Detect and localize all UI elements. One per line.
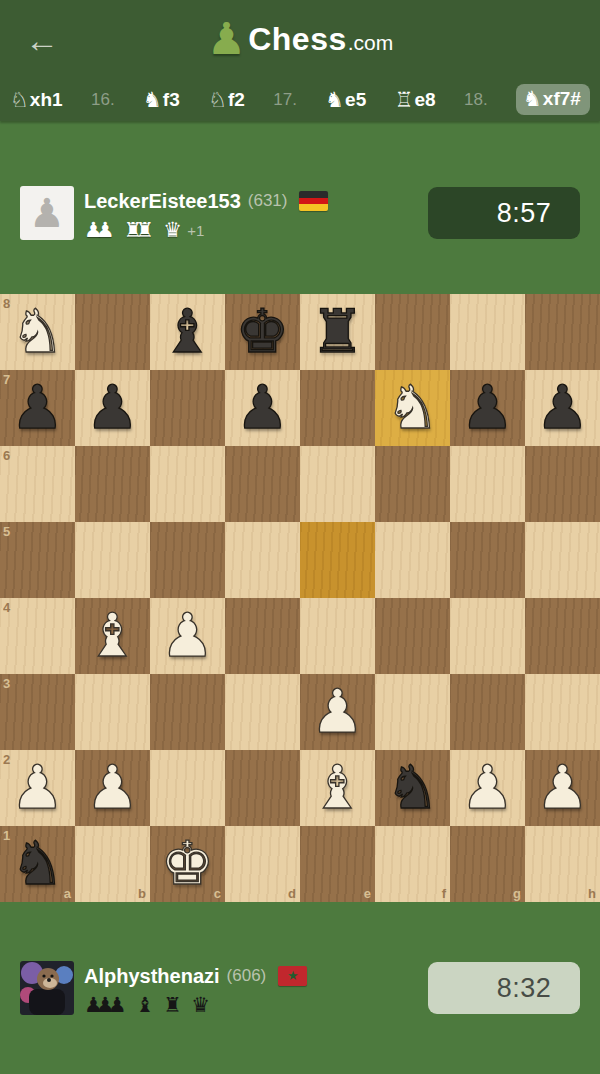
square-b6[interactable] xyxy=(75,446,150,522)
piece-white-pawn-h2[interactable]: ♟ xyxy=(525,750,600,826)
square-a7[interactable]: 7♟ xyxy=(0,370,75,446)
captured-piece-group: ♜ xyxy=(163,993,175,1017)
clock-top: 8:57 xyxy=(428,187,580,239)
square-e1[interactable]: e xyxy=(300,826,375,902)
file-label-h: h xyxy=(588,886,596,901)
square-g6[interactable] xyxy=(450,446,525,522)
square-f3[interactable] xyxy=(375,674,450,750)
player-card-top: ♟ LeckerEistee153 (631) ♟♟♜♜♛+1 8:57 xyxy=(0,186,600,266)
square-c5[interactable] xyxy=(150,522,225,598)
square-c7[interactable] xyxy=(150,370,225,446)
square-b5[interactable] xyxy=(75,522,150,598)
square-a4[interactable]: 4 xyxy=(0,598,75,674)
square-h8[interactable] xyxy=(525,294,600,370)
avatar-bottom[interactable] xyxy=(20,961,74,1015)
square-h7[interactable]: ♟ xyxy=(525,370,600,446)
square-g3[interactable] xyxy=(450,674,525,750)
square-f4[interactable] xyxy=(375,598,450,674)
piece-white-knight-a8[interactable]: ♞ xyxy=(0,294,75,370)
square-a6[interactable]: 6 xyxy=(0,446,75,522)
move-xh1[interactable]: ♘xh1 xyxy=(10,88,63,112)
move-number: 16. xyxy=(91,90,115,110)
piece-black-king-d8[interactable]: ♚ xyxy=(225,294,300,370)
square-a3[interactable]: 3 xyxy=(0,674,75,750)
piece-black-pawn-d7[interactable]: ♟ xyxy=(225,370,300,446)
piece-black-pawn-b7[interactable]: ♟ xyxy=(75,370,150,446)
square-h6[interactable] xyxy=(525,446,600,522)
square-g8[interactable] xyxy=(450,294,525,370)
clock-bottom: 8:32 xyxy=(428,962,580,1014)
logo-pawn-icon: ♟ xyxy=(207,0,246,78)
square-g7[interactable]: ♟ xyxy=(450,370,525,446)
player-rating-bottom: (606) xyxy=(227,966,267,986)
material-advantage: +1 xyxy=(187,222,204,239)
chesscom-logo: ♟ Chess .com xyxy=(0,0,600,78)
square-h1[interactable]: h xyxy=(525,826,600,902)
square-g5[interactable] xyxy=(450,522,525,598)
white-move-piece-icon: ♞ xyxy=(325,88,344,112)
captured-piece-group: ♜♜ xyxy=(124,218,148,242)
captured-piece-group: ♛ xyxy=(163,218,175,242)
flag-star: ★ xyxy=(287,966,299,986)
square-d3[interactable] xyxy=(225,674,300,750)
piece-white-bishop-e2[interactable]: ♝ xyxy=(300,750,375,826)
square-b1[interactable]: b xyxy=(75,826,150,902)
square-d5[interactable] xyxy=(225,522,300,598)
move-number: 17. xyxy=(273,90,297,110)
square-c3[interactable] xyxy=(150,674,225,750)
flag-stripe xyxy=(299,198,328,205)
square-b2[interactable]: ♟ xyxy=(75,750,150,826)
square-d6[interactable] xyxy=(225,446,300,522)
app-screen: ← ♟ Chess .com ♘xh116.♞f3♘f217.♞e5♖e818.… xyxy=(0,0,600,1074)
piece-black-rook-e8[interactable]: ♜ xyxy=(300,294,375,370)
rank-label-2: 2 xyxy=(3,752,10,767)
square-d8[interactable]: ♚ xyxy=(225,294,300,370)
white-move-piece-icon: ♞ xyxy=(143,88,162,112)
piece-white-bishop-b4[interactable]: ♝ xyxy=(75,598,150,674)
player-card-bottom: Alphysthenazi (606) ★ ♟♟♟♝♜♛ 8:32 xyxy=(0,961,600,1041)
square-e5[interactable] xyxy=(300,522,375,598)
square-g1[interactable]: g xyxy=(450,826,525,902)
captured-piece-group: ♝ xyxy=(135,993,147,1017)
rank-label-6: 6 xyxy=(3,448,10,463)
file-label-f: f xyxy=(442,886,446,901)
rank-label-3: 3 xyxy=(3,676,10,691)
piece-black-bishop-c8[interactable]: ♝ xyxy=(150,294,225,370)
square-a5[interactable]: 5 xyxy=(0,522,75,598)
white-move-piece-icon: ♞ xyxy=(523,87,542,111)
square-d7[interactable]: ♟ xyxy=(225,370,300,446)
square-b7[interactable]: ♟ xyxy=(75,370,150,446)
captured-piece-group: ♟♟♟ xyxy=(84,993,119,1017)
piece-black-pawn-g7[interactable]: ♟ xyxy=(450,370,525,446)
piece-white-pawn-g2[interactable]: ♟ xyxy=(450,750,525,826)
move-san: e8 xyxy=(414,89,435,111)
piece-white-pawn-e3[interactable]: ♟ xyxy=(300,674,375,750)
flag-stripe xyxy=(299,191,328,198)
logo-suffix-text: .com xyxy=(348,23,394,55)
move-list-bar: ♘xh116.♞f3♘f217.♞e5♖e818.♞xf7# xyxy=(0,78,600,121)
square-f8[interactable] xyxy=(375,294,450,370)
square-f6[interactable] xyxy=(375,446,450,522)
rank-label-8: 8 xyxy=(3,296,10,311)
move-san: xf7# xyxy=(543,88,581,110)
square-a2[interactable]: 2♟ xyxy=(0,750,75,826)
square-e3[interactable]: ♟ xyxy=(300,674,375,750)
piece-black-pawn-h7[interactable]: ♟ xyxy=(525,370,600,446)
piece-white-king-c1[interactable]: ♚ xyxy=(150,826,225,902)
square-d4[interactable] xyxy=(225,598,300,674)
avatar-photo xyxy=(20,961,74,1015)
square-b8[interactable] xyxy=(75,294,150,370)
square-e6[interactable] xyxy=(300,446,375,522)
move-xf7mate[interactable]: ♞xf7# xyxy=(516,84,590,115)
square-h5[interactable] xyxy=(525,522,600,598)
file-label-e: e xyxy=(364,886,371,901)
square-c6[interactable] xyxy=(150,446,225,522)
move-san: f3 xyxy=(163,89,180,111)
rank-label-7: 7 xyxy=(3,372,10,387)
square-d2[interactable] xyxy=(225,750,300,826)
move-f2[interactable]: ♘f2 xyxy=(208,88,245,112)
square-c4[interactable]: ♟ xyxy=(150,598,225,674)
captured-piece-group: ♛ xyxy=(191,993,203,1017)
captured-pieces-bottom: ♟♟♟♝♜♛ xyxy=(84,991,219,1019)
rank-label-5: 5 xyxy=(3,524,10,539)
move-number: 18. xyxy=(464,90,488,110)
rank-label-4: 4 xyxy=(3,600,10,615)
move-f3[interactable]: ♞f3 xyxy=(143,88,180,112)
black-move-piece-icon: ♖ xyxy=(395,88,414,112)
piece-black-pawn-a7[interactable]: ♟ xyxy=(0,370,75,446)
square-f1[interactable]: f xyxy=(375,826,450,902)
piece-white-knight-f7[interactable]: ♞ xyxy=(375,370,450,446)
piece-black-knight-a1[interactable]: ♞ xyxy=(0,826,75,902)
square-c1[interactable]: c♚ xyxy=(150,826,225,902)
file-label-a: a xyxy=(64,886,71,901)
file-label-d: d xyxy=(288,886,296,901)
piece-white-pawn-c4[interactable]: ♟ xyxy=(150,598,225,674)
piece-black-knight-f2[interactable]: ♞ xyxy=(375,750,450,826)
logo-brand-text: Chess xyxy=(248,21,347,58)
player-name-top: LeckerEistee153 xyxy=(84,190,241,213)
square-d1[interactable]: d xyxy=(225,826,300,902)
square-e7[interactable] xyxy=(300,370,375,446)
move-e5[interactable]: ♞e5 xyxy=(325,88,366,112)
rank-label-1: 1 xyxy=(3,828,10,843)
square-f5[interactable] xyxy=(375,522,450,598)
player-name-bottom: Alphysthenazi xyxy=(84,965,220,988)
flag-stripe xyxy=(299,204,328,211)
square-c8[interactable]: ♝ xyxy=(150,294,225,370)
square-f7[interactable]: ♞ xyxy=(375,370,450,446)
piece-white-pawn-b2[interactable]: ♟ xyxy=(75,750,150,826)
square-b4[interactable]: ♝ xyxy=(75,598,150,674)
top-bar: ← ♟ Chess .com xyxy=(0,0,600,78)
piece-white-pawn-a2[interactable]: ♟ xyxy=(0,750,75,826)
square-g2[interactable]: ♟ xyxy=(450,750,525,826)
captured-piece-group: ♟♟ xyxy=(84,218,108,242)
move-e8[interactable]: ♖e8 xyxy=(395,88,436,112)
square-h3[interactable] xyxy=(525,674,600,750)
square-b3[interactable] xyxy=(75,674,150,750)
square-h4[interactable] xyxy=(525,598,600,674)
file-label-b: b xyxy=(138,886,146,901)
morocco-flag-icon: ★ xyxy=(278,966,307,986)
move-san: xh1 xyxy=(30,89,63,111)
square-h2[interactable]: ♟ xyxy=(525,750,600,826)
move-san: e5 xyxy=(345,89,366,111)
square-e8[interactable]: ♜ xyxy=(300,294,375,370)
square-g4[interactable] xyxy=(450,598,525,674)
square-e4[interactable] xyxy=(300,598,375,674)
square-a8[interactable]: 8♞ xyxy=(0,294,75,370)
black-move-piece-icon: ♘ xyxy=(10,88,29,112)
germany-flag-icon xyxy=(299,191,328,211)
file-label-c: c xyxy=(214,886,221,901)
square-e2[interactable]: ♝ xyxy=(300,750,375,826)
square-c2[interactable] xyxy=(150,750,225,826)
avatar-pawn-icon: ♟ xyxy=(29,186,65,240)
file-label-g: g xyxy=(513,886,521,901)
move-san: f2 xyxy=(228,89,245,111)
avatar-top[interactable]: ♟ xyxy=(20,186,74,240)
square-f2[interactable]: ♞ xyxy=(375,750,450,826)
captured-pieces-top: ♟♟♜♜♛+1 xyxy=(84,216,204,244)
chess-board: 8♞♝♚♜7♟♟♟♞♟♟654♝♟3♟2♟♟♝♞♟♟1a♞bc♚defgh xyxy=(0,294,600,902)
black-move-piece-icon: ♘ xyxy=(208,88,227,112)
player-rating-top: (631) xyxy=(248,191,288,211)
square-a1[interactable]: 1a♞ xyxy=(0,826,75,902)
